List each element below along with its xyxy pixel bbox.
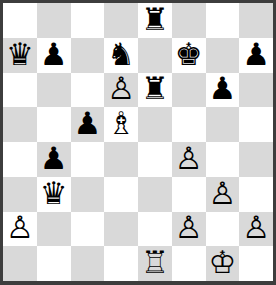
square-b6[interactable] [37, 73, 71, 108]
square-d8[interactable] [104, 3, 138, 38]
square-d4[interactable] [104, 142, 138, 177]
square-b1[interactable] [37, 246, 71, 281]
square-c2[interactable] [71, 212, 105, 247]
black-pawn-b7[interactable]: ♟ [40, 39, 68, 70]
square-e7[interactable] [138, 38, 172, 73]
square-g7[interactable] [206, 38, 240, 73]
black-queen-b3[interactable]: ♛ [40, 178, 68, 209]
square-f4[interactable]: ♙ [172, 142, 206, 177]
white-pawn-d6[interactable]: ♙ [107, 73, 135, 104]
square-f7[interactable]: ♚ [172, 38, 206, 73]
square-e1[interactable]: ♖ [138, 246, 172, 281]
square-f2[interactable]: ♙ [172, 212, 206, 247]
square-b4[interactable]: ♟ [37, 142, 71, 177]
square-e2[interactable] [138, 212, 172, 247]
square-d1[interactable] [104, 246, 138, 281]
black-pawn-b4[interactable]: ♟ [40, 143, 68, 174]
square-e3[interactable] [138, 177, 172, 212]
square-h7[interactable]: ♟ [239, 38, 273, 73]
white-pawn-a2[interactable]: ♙ [6, 212, 34, 243]
square-g3[interactable]: ♙ [206, 177, 240, 212]
square-a2[interactable]: ♙ [3, 212, 37, 247]
square-c3[interactable] [71, 177, 105, 212]
square-c6[interactable] [71, 73, 105, 108]
black-rook-e8[interactable]: ♜ [141, 4, 169, 35]
white-pawn-f2[interactable]: ♙ [175, 212, 203, 243]
white-bishop-d5[interactable]: ♗ [107, 108, 135, 139]
square-c1[interactable] [71, 246, 105, 281]
square-c5[interactable]: ♟ [71, 107, 105, 142]
square-h3[interactable] [239, 177, 273, 212]
square-d7[interactable]: ♞ [104, 38, 138, 73]
square-f3[interactable] [172, 177, 206, 212]
square-f5[interactable] [172, 107, 206, 142]
black-king-f7[interactable]: ♚ [175, 39, 203, 70]
square-d3[interactable] [104, 177, 138, 212]
square-g4[interactable] [206, 142, 240, 177]
square-h2[interactable]: ♙ [239, 212, 273, 247]
square-b2[interactable] [37, 212, 71, 247]
black-knight-d7[interactable]: ♞ [107, 39, 135, 70]
square-d5[interactable]: ♗ [104, 107, 138, 142]
square-f8[interactable] [172, 3, 206, 38]
square-a4[interactable] [3, 142, 37, 177]
square-h4[interactable] [239, 142, 273, 177]
square-g6[interactable]: ♟ [206, 73, 240, 108]
square-d2[interactable] [104, 212, 138, 247]
square-a6[interactable] [3, 73, 37, 108]
square-b7[interactable]: ♟ [37, 38, 71, 73]
square-g5[interactable] [206, 107, 240, 142]
white-pawn-h2[interactable]: ♙ [242, 212, 270, 243]
square-h6[interactable] [239, 73, 273, 108]
square-h1[interactable] [239, 246, 273, 281]
black-pawn-c5[interactable]: ♟ [73, 108, 101, 139]
black-rook-e6[interactable]: ♜ [141, 73, 169, 104]
square-b5[interactable] [37, 107, 71, 142]
square-g1[interactable]: ♔ [206, 246, 240, 281]
square-a3[interactable] [3, 177, 37, 212]
square-h5[interactable] [239, 107, 273, 142]
square-e4[interactable] [138, 142, 172, 177]
square-a5[interactable] [3, 107, 37, 142]
square-h8[interactable] [239, 3, 273, 38]
square-e5[interactable] [138, 107, 172, 142]
square-b8[interactable] [37, 3, 71, 38]
square-c8[interactable] [71, 3, 105, 38]
square-e6[interactable]: ♜ [138, 73, 172, 108]
chess-board-frame: ♜♛♟♞♚♟♙♜♟♟♗♟♙♛♙♙♙♙♖♔ [0, 0, 276, 285]
white-pawn-f4[interactable]: ♙ [175, 143, 203, 174]
square-a1[interactable] [3, 246, 37, 281]
black-pawn-g6[interactable]: ♟ [208, 73, 236, 104]
square-a7[interactable]: ♛ [3, 38, 37, 73]
black-queen-a7[interactable]: ♛ [6, 39, 34, 70]
square-b3[interactable]: ♛ [37, 177, 71, 212]
square-c4[interactable] [71, 142, 105, 177]
square-g2[interactable] [206, 212, 240, 247]
white-pawn-g3[interactable]: ♙ [208, 178, 236, 209]
white-king-g1[interactable]: ♔ [208, 247, 236, 278]
chess-board: ♜♛♟♞♚♟♙♜♟♟♗♟♙♛♙♙♙♙♖♔ [3, 3, 273, 281]
square-f6[interactable] [172, 73, 206, 108]
white-rook-e1[interactable]: ♖ [141, 247, 169, 278]
black-pawn-h7[interactable]: ♟ [242, 39, 270, 70]
square-g8[interactable] [206, 3, 240, 38]
square-f1[interactable] [172, 246, 206, 281]
square-e8[interactable]: ♜ [138, 3, 172, 38]
square-c7[interactable] [71, 38, 105, 73]
square-d6[interactable]: ♙ [104, 73, 138, 108]
square-a8[interactable] [3, 3, 37, 38]
